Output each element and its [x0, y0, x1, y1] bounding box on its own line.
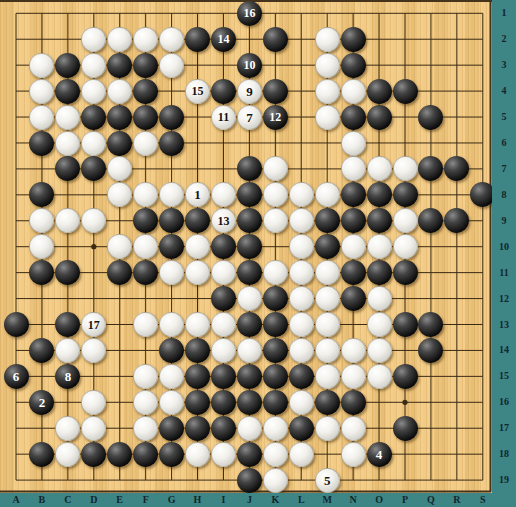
row-coordinate-strip: 12345678910111213141516171819 — [492, 0, 516, 493]
stone-white[interactable] — [237, 338, 262, 363]
move-number-label: 13 — [218, 215, 230, 227]
stone-white[interactable] — [133, 416, 158, 441]
stone-white[interactable] — [315, 260, 340, 285]
stone-black[interactable] — [341, 105, 366, 130]
stone-white[interactable] — [81, 79, 106, 104]
stone-white[interactable] — [341, 234, 366, 259]
row-label: 7 — [492, 163, 516, 174]
column-label: N — [343, 494, 363, 505]
stone-white[interactable] — [107, 79, 132, 104]
stone-black[interactable] — [211, 390, 236, 415]
stone-black[interactable] — [159, 442, 184, 467]
stone-black[interactable] — [133, 442, 158, 467]
stone-white[interactable] — [315, 105, 340, 130]
stone-black[interactable] — [185, 416, 210, 441]
stone-white[interactable] — [263, 442, 288, 467]
move-number-label: 5 — [324, 474, 331, 487]
stone-white[interactable] — [185, 442, 210, 467]
row-label: 19 — [492, 474, 516, 485]
stone-black[interactable] — [263, 390, 288, 415]
stone-black[interactable] — [185, 364, 210, 389]
stone-white[interactable] — [185, 312, 210, 337]
stone-black[interactable] — [4, 312, 29, 337]
stone-white[interactable] — [289, 312, 314, 337]
stone-black[interactable] — [315, 390, 340, 415]
stone-white[interactable] — [289, 390, 314, 415]
stone-white[interactable] — [393, 234, 418, 259]
stone-black[interactable] — [367, 105, 392, 130]
column-label: K — [265, 494, 285, 505]
stone-white[interactable] — [315, 286, 340, 311]
stone-black[interactable] — [341, 27, 366, 52]
stone-black[interactable] — [367, 182, 392, 207]
move-number-label: 15 — [192, 85, 204, 97]
stone-white[interactable] — [237, 286, 262, 311]
stone-black[interactable] — [315, 234, 340, 259]
column-label: C — [58, 494, 78, 505]
stone-white[interactable] — [367, 156, 392, 181]
move-number-label: 10 — [243, 59, 255, 71]
stone-white[interactable] — [289, 182, 314, 207]
stone-white[interactable] — [29, 79, 54, 104]
stone-white[interactable] — [367, 286, 392, 311]
stone-black[interactable] — [159, 105, 184, 130]
stone-white[interactable] — [341, 156, 366, 181]
column-label: F — [136, 494, 156, 505]
stone-white[interactable] — [81, 416, 106, 441]
stone-white[interactable] — [341, 79, 366, 104]
stone-black[interactable] — [159, 416, 184, 441]
stone-white[interactable] — [211, 338, 236, 363]
stone-white[interactable] — [289, 260, 314, 285]
stone-black[interactable]: 16 — [237, 1, 262, 26]
stone-black[interactable] — [341, 53, 366, 78]
stone-black[interactable] — [315, 208, 340, 233]
column-label: B — [32, 494, 52, 505]
stone-black[interactable] — [107, 105, 132, 130]
row-label: 18 — [492, 448, 516, 459]
column-label: S — [473, 494, 493, 505]
stone-white[interactable] — [81, 27, 106, 52]
stone-white[interactable] — [367, 312, 392, 337]
stone-black[interactable] — [393, 260, 418, 285]
stone-black[interactable] — [81, 105, 106, 130]
stone-black[interactable] — [185, 390, 210, 415]
stone-white[interactable] — [341, 364, 366, 389]
stone-black[interactable] — [107, 442, 132, 467]
column-label: Q — [421, 494, 441, 505]
column-label: G — [162, 494, 182, 505]
stone-white[interactable] — [263, 182, 288, 207]
row-label: 3 — [492, 59, 516, 70]
stone-black[interactable] — [55, 79, 80, 104]
column-coordinate-strip: ABCDEFGHIJKLMNOPQRS — [0, 493, 516, 507]
stone-white[interactable] — [289, 286, 314, 311]
row-label: 2 — [492, 33, 516, 44]
stone-black[interactable] — [263, 338, 288, 363]
move-number-label: 16 — [243, 7, 255, 19]
stone-white[interactable] — [393, 156, 418, 181]
stone-black[interactable] — [55, 53, 80, 78]
column-label: D — [84, 494, 104, 505]
stone-black[interactable] — [393, 182, 418, 207]
stone-white[interactable] — [367, 234, 392, 259]
row-label: 6 — [492, 137, 516, 148]
stone-white[interactable] — [315, 27, 340, 52]
stone-white[interactable] — [289, 338, 314, 363]
stone-black[interactable] — [393, 312, 418, 337]
stone-black[interactable] — [133, 105, 158, 130]
stone-white[interactable] — [393, 208, 418, 233]
move-number-label: 1 — [194, 188, 201, 201]
stone-white[interactable] — [315, 182, 340, 207]
move-number-label: 9 — [246, 85, 253, 98]
stone-black[interactable] — [237, 468, 262, 493]
stone-black[interactable] — [211, 286, 236, 311]
stone-black[interactable] — [341, 286, 366, 311]
stone-black[interactable] — [185, 27, 210, 52]
stone-white[interactable] — [367, 364, 392, 389]
row-label: 13 — [492, 319, 516, 330]
stone-white[interactable] — [315, 416, 340, 441]
stone-white[interactable]: 7 — [237, 105, 262, 130]
stone-white[interactable] — [185, 260, 210, 285]
stone-black[interactable] — [81, 442, 106, 467]
row-label: 12 — [492, 293, 516, 304]
stone-white[interactable] — [263, 468, 288, 493]
stone-white[interactable] — [289, 442, 314, 467]
stone-white[interactable] — [159, 364, 184, 389]
stone-white[interactable] — [315, 338, 340, 363]
star-point — [91, 244, 96, 249]
stone-white[interactable] — [159, 390, 184, 415]
stone-white[interactable] — [341, 416, 366, 441]
stone-white[interactable] — [211, 312, 236, 337]
stone-black[interactable] — [185, 338, 210, 363]
stone-white[interactable] — [315, 364, 340, 389]
stone-white[interactable]: 15 — [185, 79, 210, 104]
stone-black[interactable] — [263, 364, 288, 389]
stone-black[interactable] — [263, 286, 288, 311]
stone-white[interactable] — [263, 416, 288, 441]
stone-white[interactable] — [55, 416, 80, 441]
move-number-label: 12 — [269, 111, 281, 123]
stone-black[interactable]: 14 — [211, 27, 236, 52]
stone-black[interactable] — [237, 312, 262, 337]
row-label: 1 — [492, 7, 516, 18]
stone-white[interactable] — [159, 53, 184, 78]
stone-white[interactable] — [289, 234, 314, 259]
stone-white[interactable] — [367, 338, 392, 363]
move-number-label: 11 — [218, 111, 229, 123]
stone-black[interactable] — [29, 131, 54, 156]
move-number-label: 4 — [376, 448, 383, 461]
column-label: H — [188, 494, 208, 505]
stone-black[interactable] — [393, 416, 418, 441]
column-label: A — [6, 494, 26, 505]
stone-white[interactable] — [159, 27, 184, 52]
star-point — [402, 400, 407, 405]
stone-black[interactable] — [107, 53, 132, 78]
stone-white[interactable] — [341, 131, 366, 156]
column-label: L — [291, 494, 311, 505]
stone-white[interactable] — [263, 260, 288, 285]
stone-black[interactable]: 10 — [237, 53, 262, 78]
stone-white[interactable] — [55, 442, 80, 467]
stone-black[interactable] — [159, 131, 184, 156]
stone-white[interactable] — [133, 131, 158, 156]
stone-white[interactable] — [341, 338, 366, 363]
stone-black[interactable] — [237, 364, 262, 389]
stone-black[interactable] — [341, 260, 366, 285]
move-number-label: 6 — [13, 370, 20, 383]
stone-white[interactable] — [211, 442, 236, 467]
move-number-label: 8 — [65, 370, 72, 383]
stone-white[interactable] — [159, 312, 184, 337]
stone-black[interactable] — [133, 79, 158, 104]
stone-white[interactable] — [29, 105, 54, 130]
stone-white[interactable] — [55, 131, 80, 156]
stone-black[interactable] — [107, 131, 132, 156]
move-number-label: 17 — [88, 319, 100, 331]
stone-black[interactable] — [341, 390, 366, 415]
stone-white[interactable] — [133, 390, 158, 415]
stone-black[interactable] — [237, 390, 262, 415]
stone-white[interactable] — [211, 260, 236, 285]
go-diagram-screen: 161410159117121131768245 123456789101112… — [0, 0, 516, 507]
stone-black[interactable] — [367, 208, 392, 233]
row-label: 15 — [492, 370, 516, 381]
column-label: I — [214, 494, 234, 505]
stone-white[interactable] — [263, 208, 288, 233]
stone-white[interactable]: 5 — [315, 468, 340, 493]
column-label: O — [369, 494, 389, 505]
stone-black[interactable] — [263, 312, 288, 337]
column-label: J — [239, 494, 259, 505]
stone-black[interactable] — [367, 79, 392, 104]
stone-black[interactable] — [393, 79, 418, 104]
stone-black[interactable] — [263, 27, 288, 52]
stone-white[interactable] — [289, 208, 314, 233]
stone-white[interactable] — [237, 416, 262, 441]
stone-white[interactable] — [81, 131, 106, 156]
row-label: 16 — [492, 396, 516, 407]
stone-black[interactable] — [211, 416, 236, 441]
stone-white[interactable]: 9 — [237, 79, 262, 104]
column-label: M — [317, 494, 337, 505]
stone-black[interactable] — [367, 260, 392, 285]
stone-white[interactable]: 11 — [211, 105, 236, 130]
row-label: 5 — [492, 111, 516, 122]
stone-white[interactable] — [315, 312, 340, 337]
stone-white[interactable] — [133, 364, 158, 389]
stone-black[interactable] — [341, 182, 366, 207]
stone-black[interactable] — [29, 442, 54, 467]
move-number-label: 2 — [39, 396, 46, 409]
stone-white[interactable] — [315, 79, 340, 104]
stone-black[interactable] — [418, 105, 443, 130]
row-label: 4 — [492, 85, 516, 96]
move-number-label: 14 — [218, 33, 230, 45]
stone-black[interactable]: 12 — [263, 105, 288, 130]
stone-black[interactable] — [237, 260, 262, 285]
row-label: 10 — [492, 241, 516, 252]
stone-black[interactable] — [159, 338, 184, 363]
stone-black[interactable] — [211, 79, 236, 104]
stone-black[interactable] — [237, 442, 262, 467]
stone-white[interactable] — [341, 442, 366, 467]
stone-white[interactable] — [315, 53, 340, 78]
row-label: 17 — [492, 422, 516, 433]
row-label: 9 — [492, 215, 516, 226]
stone-black[interactable] — [133, 53, 158, 78]
column-label: E — [110, 494, 130, 505]
column-label: P — [395, 494, 415, 505]
stone-black[interactable]: 6 — [4, 364, 29, 389]
stone-black[interactable]: 4 — [367, 442, 392, 467]
stone-black[interactable] — [211, 364, 236, 389]
stone-black[interactable] — [341, 208, 366, 233]
stone-white[interactable] — [55, 105, 80, 130]
stone-white[interactable] — [133, 27, 158, 52]
move-number-label: 7 — [246, 111, 253, 124]
stone-black[interactable] — [289, 416, 314, 441]
stone-white[interactable] — [81, 390, 106, 415]
stone-black[interactable] — [263, 79, 288, 104]
stone-white[interactable] — [29, 53, 54, 78]
stone-black[interactable] — [393, 364, 418, 389]
stone-black[interactable] — [289, 364, 314, 389]
stone-white[interactable] — [81, 53, 106, 78]
row-label: 14 — [492, 344, 516, 355]
stone-white[interactable] — [107, 27, 132, 52]
stone-black[interactable] — [237, 234, 262, 259]
row-label: 8 — [492, 189, 516, 200]
column-label: R — [447, 494, 467, 505]
row-label: 11 — [492, 267, 516, 278]
